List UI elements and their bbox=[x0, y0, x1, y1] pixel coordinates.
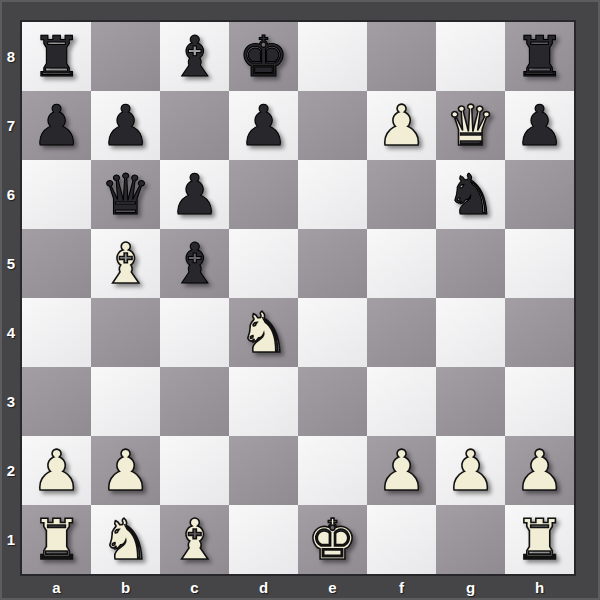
square-a4[interactable] bbox=[22, 298, 91, 367]
square-g5[interactable] bbox=[436, 229, 505, 298]
square-d8[interactable]: ♚ bbox=[229, 22, 298, 91]
rank-label-7: 7 bbox=[0, 91, 22, 160]
square-e5[interactable] bbox=[298, 229, 367, 298]
square-b1[interactable]: ♞ bbox=[91, 505, 160, 574]
piece-white-king[interactable]: ♚ bbox=[307, 512, 357, 568]
square-e6[interactable] bbox=[298, 160, 367, 229]
square-c8[interactable]: ♝ bbox=[160, 22, 229, 91]
square-f7[interactable]: ♟ bbox=[367, 91, 436, 160]
square-e3[interactable] bbox=[298, 367, 367, 436]
file-label-h: h bbox=[505, 574, 574, 600]
piece-white-pawn[interactable]: ♟ bbox=[376, 443, 426, 499]
rank-label-1: 1 bbox=[0, 505, 22, 574]
rank-label-6: 6 bbox=[0, 160, 22, 229]
square-h7[interactable]: ♟ bbox=[505, 91, 574, 160]
square-h2[interactable]: ♟ bbox=[505, 436, 574, 505]
square-d1[interactable] bbox=[229, 505, 298, 574]
piece-black-pawn[interactable]: ♟ bbox=[238, 98, 288, 154]
square-h6[interactable] bbox=[505, 160, 574, 229]
square-b8[interactable] bbox=[91, 22, 160, 91]
square-c3[interactable] bbox=[160, 367, 229, 436]
square-f4[interactable] bbox=[367, 298, 436, 367]
file-label-a: a bbox=[22, 574, 91, 600]
square-g3[interactable] bbox=[436, 367, 505, 436]
square-b5[interactable]: ♝ bbox=[91, 229, 160, 298]
square-a6[interactable] bbox=[22, 160, 91, 229]
piece-black-king[interactable]: ♚ bbox=[238, 29, 288, 85]
square-f3[interactable] bbox=[367, 367, 436, 436]
chess-board: ♜♝♚♜♟♟♟♟♛♟♛♟♞♝♝♞♟♟♟♟♟♜♞♝♚♜ bbox=[22, 22, 574, 574]
file-label-e: e bbox=[298, 574, 367, 600]
square-g2[interactable]: ♟ bbox=[436, 436, 505, 505]
rank-label-8: 8 bbox=[0, 22, 22, 91]
square-b7[interactable]: ♟ bbox=[91, 91, 160, 160]
piece-white-bishop[interactable]: ♝ bbox=[169, 512, 219, 568]
piece-white-pawn[interactable]: ♟ bbox=[100, 443, 150, 499]
square-b2[interactable]: ♟ bbox=[91, 436, 160, 505]
file-label-b: b bbox=[91, 574, 160, 600]
square-f6[interactable] bbox=[367, 160, 436, 229]
rank-label-2: 2 bbox=[0, 436, 22, 505]
piece-white-rook[interactable]: ♜ bbox=[31, 512, 81, 568]
square-f2[interactable]: ♟ bbox=[367, 436, 436, 505]
square-a5[interactable] bbox=[22, 229, 91, 298]
square-f8[interactable] bbox=[367, 22, 436, 91]
file-label-d: d bbox=[229, 574, 298, 600]
piece-white-knight[interactable]: ♞ bbox=[100, 512, 150, 568]
rank-label-4: 4 bbox=[0, 298, 22, 367]
square-g6[interactable]: ♞ bbox=[436, 160, 505, 229]
square-b4[interactable] bbox=[91, 298, 160, 367]
square-g4[interactable] bbox=[436, 298, 505, 367]
square-c4[interactable] bbox=[160, 298, 229, 367]
square-h8[interactable]: ♜ bbox=[505, 22, 574, 91]
piece-white-pawn[interactable]: ♟ bbox=[31, 443, 81, 499]
square-f5[interactable] bbox=[367, 229, 436, 298]
square-e4[interactable] bbox=[298, 298, 367, 367]
square-e2[interactable] bbox=[298, 436, 367, 505]
square-g7[interactable]: ♛ bbox=[436, 91, 505, 160]
square-d6[interactable] bbox=[229, 160, 298, 229]
square-g1[interactable] bbox=[436, 505, 505, 574]
piece-white-queen[interactable]: ♛ bbox=[445, 98, 495, 154]
square-a2[interactable]: ♟ bbox=[22, 436, 91, 505]
piece-white-bishop[interactable]: ♝ bbox=[100, 236, 150, 292]
rank-label-3: 3 bbox=[0, 367, 22, 436]
square-a1[interactable]: ♜ bbox=[22, 505, 91, 574]
piece-white-knight[interactable]: ♞ bbox=[238, 305, 288, 361]
square-b6[interactable]: ♛ bbox=[91, 160, 160, 229]
square-h5[interactable] bbox=[505, 229, 574, 298]
rank-label-5: 5 bbox=[0, 229, 22, 298]
piece-black-knight[interactable]: ♞ bbox=[445, 167, 495, 223]
piece-white-rook[interactable]: ♜ bbox=[514, 512, 564, 568]
piece-black-queen[interactable]: ♛ bbox=[100, 167, 150, 223]
piece-black-rook[interactable]: ♜ bbox=[31, 29, 81, 85]
piece-black-rook[interactable]: ♜ bbox=[514, 29, 564, 85]
square-e7[interactable] bbox=[298, 91, 367, 160]
square-f1[interactable] bbox=[367, 505, 436, 574]
file-label-g: g bbox=[436, 574, 505, 600]
square-h1[interactable]: ♜ bbox=[505, 505, 574, 574]
square-h4[interactable] bbox=[505, 298, 574, 367]
chess-board-frame: 87654321 abcdefgh ♜♝♚♜♟♟♟♟♛♟♛♟♞♝♝♞♟♟♟♟♟♜… bbox=[0, 0, 600, 600]
rank-labels: 87654321 bbox=[0, 22, 22, 574]
square-c6[interactable]: ♟ bbox=[160, 160, 229, 229]
piece-black-pawn[interactable]: ♟ bbox=[31, 98, 81, 154]
square-e1[interactable]: ♚ bbox=[298, 505, 367, 574]
square-d4[interactable]: ♞ bbox=[229, 298, 298, 367]
piece-white-pawn[interactable]: ♟ bbox=[376, 98, 426, 154]
piece-black-bishop[interactable]: ♝ bbox=[169, 236, 219, 292]
file-label-f: f bbox=[367, 574, 436, 600]
piece-white-pawn[interactable]: ♟ bbox=[445, 443, 495, 499]
square-a7[interactable]: ♟ bbox=[22, 91, 91, 160]
square-c7[interactable] bbox=[160, 91, 229, 160]
square-a8[interactable]: ♜ bbox=[22, 22, 91, 91]
piece-black-pawn[interactable]: ♟ bbox=[514, 98, 564, 154]
square-d3[interactable] bbox=[229, 367, 298, 436]
square-a3[interactable] bbox=[22, 367, 91, 436]
square-d7[interactable]: ♟ bbox=[229, 91, 298, 160]
file-labels: abcdefgh bbox=[22, 574, 574, 600]
piece-black-pawn[interactable]: ♟ bbox=[100, 98, 150, 154]
square-h3[interactable] bbox=[505, 367, 574, 436]
piece-white-pawn[interactable]: ♟ bbox=[514, 443, 564, 499]
square-e8[interactable] bbox=[298, 22, 367, 91]
square-b3[interactable] bbox=[91, 367, 160, 436]
square-g8[interactable] bbox=[436, 22, 505, 91]
square-c2[interactable] bbox=[160, 436, 229, 505]
square-d2[interactable] bbox=[229, 436, 298, 505]
piece-black-pawn[interactable]: ♟ bbox=[169, 167, 219, 223]
square-c5[interactable]: ♝ bbox=[160, 229, 229, 298]
file-label-c: c bbox=[160, 574, 229, 600]
square-c1[interactable]: ♝ bbox=[160, 505, 229, 574]
square-d5[interactable] bbox=[229, 229, 298, 298]
piece-black-bishop[interactable]: ♝ bbox=[169, 29, 219, 85]
